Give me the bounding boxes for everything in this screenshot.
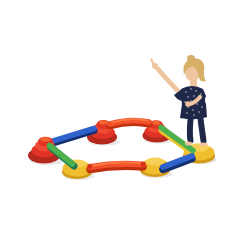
child-hair-bun <box>187 55 195 62</box>
dome-cap <box>99 120 108 124</box>
beam-top-orange <box>110 119 149 126</box>
child-raised-arm-line <box>158 69 181 94</box>
dome-cap <box>152 121 161 125</box>
child-right-foot <box>199 142 207 146</box>
connector-peg <box>141 162 146 167</box>
beam-bottom-orange <box>90 162 143 169</box>
stone-top <box>146 158 165 166</box>
balance-course-photo <box>0 0 248 248</box>
dome-cap <box>41 137 51 142</box>
product-photo <box>0 0 248 248</box>
child-left-foot <box>185 142 192 146</box>
child-raised-hand <box>152 63 158 69</box>
child-front-hand <box>185 101 191 107</box>
beam-lower-right-blue <box>163 156 192 170</box>
connector-peg <box>88 164 93 169</box>
